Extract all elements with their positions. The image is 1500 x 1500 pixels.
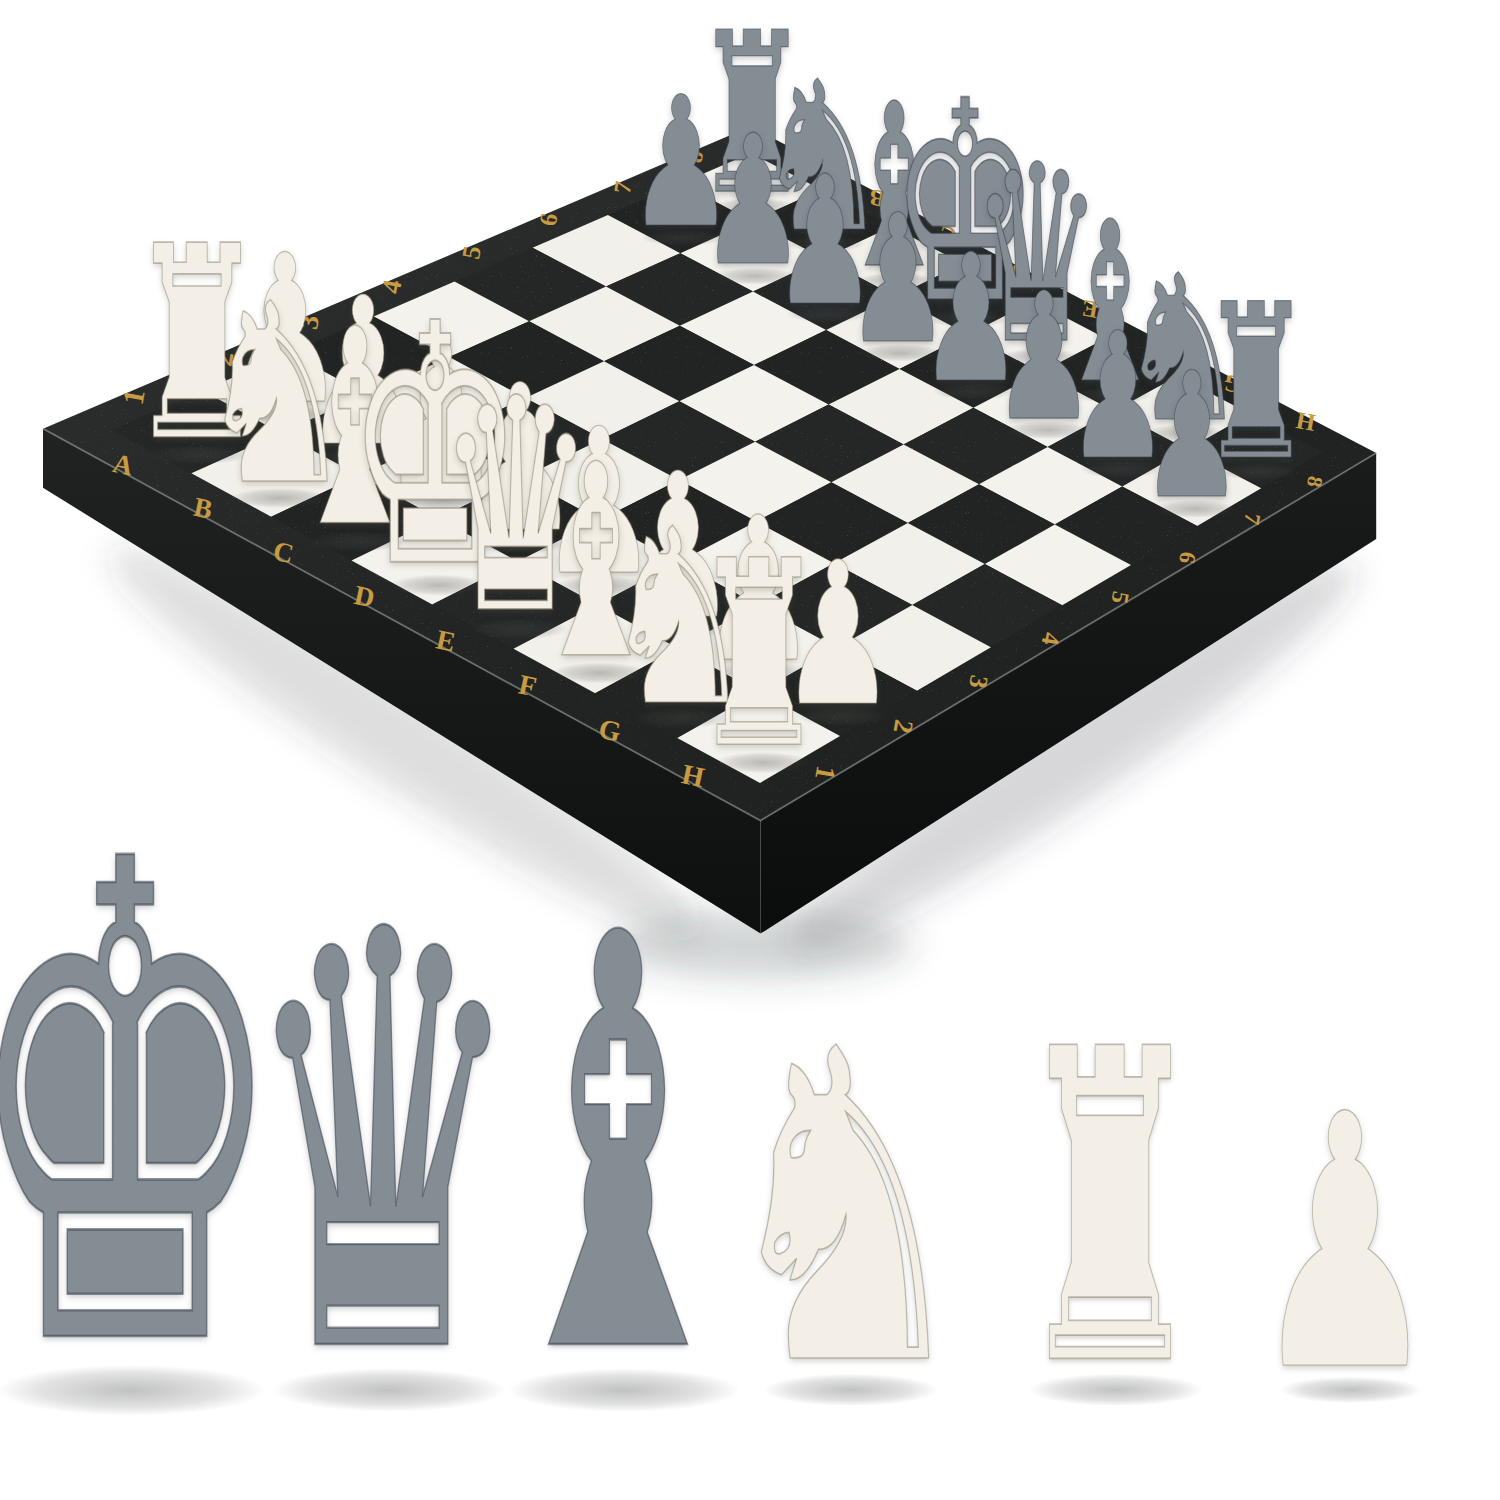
file-label-far-H: H xyxy=(1294,407,1317,437)
file-label-far-A: A xyxy=(797,147,818,176)
file-label-far-E: E xyxy=(1080,295,1100,323)
product-photo: AA11BB22CC33DD44EE55FF66GG77HH88 ♜♞♝♚♛♝♞… xyxy=(0,0,1500,1500)
file-label-far-G: G xyxy=(1221,369,1244,399)
file-label-far-D: D xyxy=(1008,258,1030,287)
file-label-far-C: C xyxy=(937,221,959,250)
chess-board: AA11BB22CC33DD44EE55FF66GG77HH88 xyxy=(0,0,1500,1500)
file-label-far-B: B xyxy=(867,184,887,212)
